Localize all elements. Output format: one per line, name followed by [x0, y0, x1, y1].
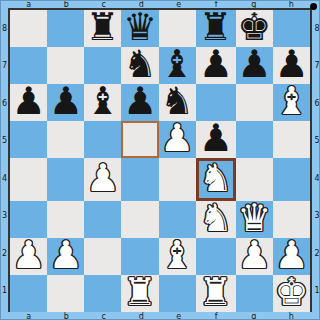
- piece-white-bishop[interactable]: ♝: [274, 83, 308, 120]
- piece-black-knight[interactable]: ♞: [160, 83, 194, 120]
- piece-white-pawn[interactable]: ♟: [237, 237, 271, 274]
- piece-black-bishop[interactable]: ♝: [160, 46, 194, 83]
- square-a4[interactable]: [10, 158, 47, 201]
- file-label-bottom-b: b: [48, 313, 86, 320]
- square-h4[interactable]: [273, 158, 310, 201]
- chess-board: ♜♛♜♚♞♝♟♟♟♟♟♝♟♞♝♟♟♟♞♞♛♟♟♝♟♟♜♜♚: [8, 8, 312, 312]
- square-f7[interactable]: ♟: [196, 47, 236, 84]
- piece-white-pawn[interactable]: ♟: [12, 237, 46, 274]
- square-e2[interactable]: ♝: [159, 238, 196, 275]
- square-f4[interactable]: ♞: [196, 158, 236, 201]
- piece-white-pawn[interactable]: ♟: [160, 120, 194, 157]
- square-b5[interactable]: [47, 121, 84, 158]
- square-c3[interactable]: [84, 201, 121, 238]
- piece-white-rook[interactable]: ♜: [123, 274, 157, 311]
- piece-white-pawn[interactable]: ♟: [86, 160, 120, 197]
- piece-white-knight[interactable]: ♞: [199, 200, 233, 237]
- rank-labels-right: 87654321: [313, 10, 320, 310]
- square-f5[interactable]: ♟: [196, 121, 236, 158]
- piece-black-rook[interactable]: ♜: [199, 9, 233, 46]
- file-label-top-a: a: [10, 1, 48, 8]
- square-g5[interactable]: [236, 121, 273, 158]
- square-a5[interactable]: [10, 121, 47, 158]
- rank-label-right-1: 1: [313, 273, 320, 311]
- square-c2[interactable]: [84, 238, 121, 275]
- square-h1[interactable]: ♚: [273, 275, 310, 312]
- piece-white-pawn[interactable]: ♟: [274, 237, 308, 274]
- square-a1[interactable]: [10, 275, 47, 312]
- rank-label-right-7: 7: [313, 48, 320, 86]
- piece-black-pawn[interactable]: ♟: [123, 83, 157, 120]
- square-c4[interactable]: ♟: [84, 158, 121, 201]
- square-f3[interactable]: ♞: [196, 201, 236, 238]
- file-label-bottom-a: a: [10, 313, 48, 320]
- square-b6[interactable]: ♟: [47, 84, 84, 121]
- file-label-bottom-e: e: [160, 313, 198, 320]
- piece-black-rook[interactable]: ♜: [86, 9, 120, 46]
- piece-black-pawn[interactable]: ♟: [237, 46, 271, 83]
- square-g2[interactable]: ♟: [236, 238, 273, 275]
- square-e4[interactable]: [159, 158, 196, 201]
- piece-black-pawn[interactable]: ♟: [274, 46, 308, 83]
- square-b8[interactable]: [47, 10, 84, 47]
- file-label-top-h: h: [273, 1, 311, 8]
- rank-label-left-1: 1: [1, 273, 8, 311]
- piece-black-pawn[interactable]: ♟: [199, 46, 233, 83]
- file-label-bottom-g: g: [235, 313, 273, 320]
- square-c8[interactable]: ♜: [84, 10, 121, 47]
- square-c6[interactable]: ♝: [84, 84, 121, 121]
- chess-board-frame: abcdefgh abcdefgh 87654321 87654321 ♜♛♜♚…: [0, 0, 320, 320]
- piece-black-pawn[interactable]: ♟: [49, 83, 83, 120]
- square-a6[interactable]: ♟: [10, 84, 47, 121]
- rank-label-left-6: 6: [1, 85, 8, 123]
- square-f1[interactable]: ♜: [196, 275, 236, 312]
- rank-labels-left: 87654321: [1, 10, 8, 310]
- piece-white-rook[interactable]: ♜: [199, 274, 233, 311]
- file-label-bottom-c: c: [85, 313, 123, 320]
- rank-label-left-5: 5: [1, 123, 8, 161]
- file-label-bottom-f: f: [198, 313, 236, 320]
- square-e5[interactable]: ♟: [159, 121, 196, 158]
- piece-black-knight[interactable]: ♞: [123, 46, 157, 83]
- rank-label-right-6: 6: [313, 85, 320, 123]
- file-labels-bottom: abcdefgh: [10, 313, 310, 320]
- square-g1[interactable]: [236, 275, 273, 312]
- piece-white-knight[interactable]: ♞: [199, 160, 233, 197]
- file-label-top-e: e: [160, 1, 198, 8]
- square-g6[interactable]: [236, 84, 273, 121]
- square-b1[interactable]: [47, 275, 84, 312]
- piece-black-queen[interactable]: ♛: [123, 9, 157, 46]
- file-label-bottom-h: h: [273, 313, 311, 320]
- square-b2[interactable]: ♟: [47, 238, 84, 275]
- square-h5[interactable]: [273, 121, 310, 158]
- square-e1[interactable]: [159, 275, 196, 312]
- square-b4[interactable]: [47, 158, 84, 201]
- square-a2[interactable]: ♟: [10, 238, 47, 275]
- piece-white-pawn[interactable]: ♟: [49, 237, 83, 274]
- piece-black-bishop[interactable]: ♝: [86, 83, 120, 120]
- piece-white-bishop[interactable]: ♝: [160, 237, 194, 274]
- rank-label-right-3: 3: [313, 198, 320, 236]
- file-label-bottom-d: d: [123, 313, 161, 320]
- square-d3[interactable]: [121, 201, 158, 238]
- rank-label-left-2: 2: [1, 235, 8, 273]
- rank-label-right-8: 8: [313, 10, 320, 48]
- rank-label-left-4: 4: [1, 160, 8, 198]
- file-label-top-b: b: [48, 1, 86, 8]
- piece-black-pawn[interactable]: ♟: [12, 83, 46, 120]
- square-d4[interactable]: [121, 158, 158, 201]
- square-d1[interactable]: ♜: [121, 275, 158, 312]
- rank-label-right-2: 2: [313, 235, 320, 273]
- rank-label-right-5: 5: [313, 123, 320, 161]
- rank-label-left-8: 8: [1, 10, 8, 48]
- side-to-move-indicator: [310, 3, 317, 10]
- rank-label-left-3: 3: [1, 198, 8, 236]
- square-g7[interactable]: ♟: [236, 47, 273, 84]
- rank-label-right-4: 4: [313, 160, 320, 198]
- square-d6[interactable]: ♟: [121, 84, 158, 121]
- piece-black-king[interactable]: ♚: [237, 9, 271, 46]
- rank-label-left-7: 7: [1, 48, 8, 86]
- square-c1[interactable]: [84, 275, 121, 312]
- piece-white-queen[interactable]: ♛: [237, 200, 271, 237]
- square-h6[interactable]: ♝: [273, 84, 310, 121]
- piece-white-king[interactable]: ♚: [274, 274, 308, 311]
- square-g4[interactable]: [236, 158, 273, 201]
- square-a8[interactable]: [10, 10, 47, 47]
- piece-black-pawn[interactable]: ♟: [199, 120, 233, 157]
- square-c5[interactable]: [84, 121, 121, 158]
- square-d5[interactable]: [121, 121, 158, 158]
